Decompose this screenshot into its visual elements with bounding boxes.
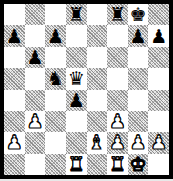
chess-diagram: ♜♜♚♟♟♟♟♟♞♛♟♟♟♟♝♟♟♟♜♜♚: [0, 0, 173, 181]
square-c6[interactable]: [45, 47, 66, 68]
piece-black-queen-d5[interactable]: ♛: [68, 68, 85, 89]
piece-black-pawn-b6[interactable]: ♟: [26, 47, 43, 68]
piece-white-pawn-a2[interactable]: ♟: [6, 132, 23, 153]
square-a3[interactable]: [4, 111, 25, 132]
piece-white-bishop-e2[interactable]: ♝: [88, 132, 105, 153]
piece-black-knight-c5[interactable]: ♞: [47, 68, 64, 89]
piece-white-pawn-f2[interactable]: ♟: [109, 132, 126, 153]
square-a2[interactable]: ♟: [4, 132, 25, 153]
square-e3[interactable]: [87, 111, 108, 132]
square-e4[interactable]: [87, 90, 108, 111]
square-e6[interactable]: [87, 47, 108, 68]
piece-white-pawn-h2[interactable]: ♟: [150, 132, 167, 153]
square-d6[interactable]: [66, 47, 87, 68]
square-b5[interactable]: [25, 68, 46, 89]
square-c2[interactable]: [45, 132, 66, 153]
square-h8[interactable]: [148, 4, 169, 25]
square-b1[interactable]: [25, 154, 46, 175]
square-b7[interactable]: [25, 25, 46, 46]
piece-white-rook-d1[interactable]: ♜: [68, 154, 85, 175]
square-c7[interactable]: ♟: [45, 25, 66, 46]
square-f4[interactable]: [107, 90, 128, 111]
square-f1[interactable]: ♜: [107, 154, 128, 175]
square-h4[interactable]: [148, 90, 169, 111]
square-g3[interactable]: [128, 111, 149, 132]
piece-white-king-g1[interactable]: ♚: [130, 154, 147, 175]
square-g2[interactable]: ♟: [128, 132, 149, 153]
square-e1[interactable]: [87, 154, 108, 175]
square-f8[interactable]: ♜: [107, 4, 128, 25]
bottom-margin-strip: [0, 179, 173, 181]
square-f2[interactable]: ♟: [107, 132, 128, 153]
square-c3[interactable]: [45, 111, 66, 132]
square-g1[interactable]: ♚: [128, 154, 149, 175]
square-a1[interactable]: [4, 154, 25, 175]
square-d2[interactable]: [66, 132, 87, 153]
square-e2[interactable]: ♝: [87, 132, 108, 153]
square-b8[interactable]: [25, 4, 46, 25]
piece-black-pawn-h7[interactable]: ♟: [150, 25, 167, 46]
piece-black-pawn-a7[interactable]: ♟: [6, 25, 23, 46]
piece-black-king-g8[interactable]: ♚: [130, 4, 147, 25]
piece-white-pawn-f3[interactable]: ♟: [109, 111, 126, 132]
square-d3[interactable]: [66, 111, 87, 132]
chess-board: ♜♜♚♟♟♟♟♟♞♛♟♟♟♟♝♟♟♟♜♜♚: [4, 4, 169, 175]
square-a8[interactable]: [4, 4, 25, 25]
square-b4[interactable]: [25, 90, 46, 111]
square-b2[interactable]: [25, 132, 46, 153]
piece-white-rook-f1[interactable]: ♜: [109, 154, 126, 175]
square-h1[interactable]: [148, 154, 169, 175]
square-d4[interactable]: ♟: [66, 90, 87, 111]
board-frame: ♜♜♚♟♟♟♟♟♞♛♟♟♟♟♝♟♟♟♜♜♚: [0, 0, 173, 179]
square-d8[interactable]: ♜: [66, 4, 87, 25]
square-g7[interactable]: ♟: [128, 25, 149, 46]
square-e7[interactable]: [87, 25, 108, 46]
piece-white-pawn-g2[interactable]: ♟: [130, 132, 147, 153]
square-c5[interactable]: ♞: [45, 68, 66, 89]
square-c1[interactable]: [45, 154, 66, 175]
square-h2[interactable]: ♟: [148, 132, 169, 153]
square-c4[interactable]: [45, 90, 66, 111]
square-f5[interactable]: [107, 68, 128, 89]
piece-black-pawn-g7[interactable]: ♟: [130, 25, 147, 46]
square-f6[interactable]: [107, 47, 128, 68]
square-d5[interactable]: ♛: [66, 68, 87, 89]
square-h7[interactable]: ♟: [148, 25, 169, 46]
square-h5[interactable]: [148, 68, 169, 89]
square-a6[interactable]: [4, 47, 25, 68]
square-b3[interactable]: ♟: [25, 111, 46, 132]
square-b6[interactable]: ♟: [25, 47, 46, 68]
square-c8[interactable]: [45, 4, 66, 25]
square-g4[interactable]: [128, 90, 149, 111]
square-a7[interactable]: ♟: [4, 25, 25, 46]
square-g6[interactable]: [128, 47, 149, 68]
square-f7[interactable]: [107, 25, 128, 46]
piece-white-pawn-b3[interactable]: ♟: [26, 111, 43, 132]
square-e5[interactable]: [87, 68, 108, 89]
square-g5[interactable]: [128, 68, 149, 89]
piece-black-rook-f8[interactable]: ♜: [109, 4, 126, 25]
square-e8[interactable]: [87, 4, 108, 25]
piece-black-pawn-c7[interactable]: ♟: [47, 25, 64, 46]
square-a5[interactable]: [4, 68, 25, 89]
square-h3[interactable]: [148, 111, 169, 132]
square-d1[interactable]: ♜: [66, 154, 87, 175]
square-g8[interactable]: ♚: [128, 4, 149, 25]
piece-black-rook-d8[interactable]: ♜: [68, 4, 85, 25]
piece-black-pawn-d4[interactable]: ♟: [68, 90, 85, 111]
square-d7[interactable]: [66, 25, 87, 46]
square-a4[interactable]: [4, 90, 25, 111]
square-f3[interactable]: ♟: [107, 111, 128, 132]
square-h6[interactable]: [148, 47, 169, 68]
